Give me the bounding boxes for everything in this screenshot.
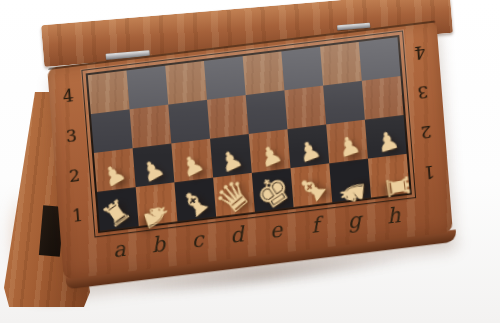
file-label-f: f: [294, 205, 336, 246]
piece-white-bishop-f1: ♝: [290, 167, 334, 210]
file-label-e: e: [255, 210, 297, 251]
rank-label-3: 3: [56, 114, 87, 157]
file-label-c: c: [177, 220, 219, 261]
file-label-a: a: [98, 229, 140, 270]
file-label-h: h: [373, 196, 415, 237]
piece-white-pawn-f2: ♟: [295, 135, 324, 167]
rank-label-1: 1: [62, 194, 93, 237]
rank-label-4: 4: [53, 74, 84, 117]
rank-label-2: 2: [59, 154, 90, 197]
rank-label-mirrored-2: 2: [411, 111, 442, 154]
file-label-d: d: [216, 215, 258, 256]
piece-white-pawn-h2: ♟: [374, 126, 402, 157]
piece-white-pawn-g2: ♟: [334, 131, 362, 162]
file-label-b: b: [137, 224, 179, 265]
piece-white-pawn-c2: ♟: [177, 149, 208, 182]
product-photo-scene: 4321 4321 ♜♞♝♛♚♝♞♜♟♟♟♟♟♟♟♟ abcdefgh: [0, 0, 500, 323]
rank-label-mirrored-1: 1: [414, 151, 445, 194]
piece-white-rook-a1: ♜: [97, 194, 136, 234]
piece-white-pawn-b2: ♟: [137, 154, 168, 187]
rank-label-mirrored-4: 4: [404, 31, 435, 74]
rank-label-mirrored-3: 3: [407, 71, 438, 114]
file-label-g: g: [334, 200, 376, 241]
piece-white-pawn-a2: ♟: [98, 159, 130, 192]
